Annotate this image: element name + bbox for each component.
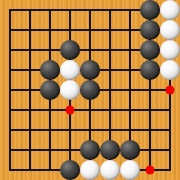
grid-line-vertical [149,100,151,120]
white-stone [160,0,180,20]
grid-line-vertical [49,120,51,140]
intersection-J3[interactable] [160,120,180,140]
black-stone [140,20,160,40]
white-stone [120,160,140,180]
intersection-D2[interactable] [60,140,80,160]
grid-line-vertical [149,140,151,160]
grid-line-vertical [169,100,171,120]
intersection-H8[interactable] [140,20,160,40]
grid-line-vertical [9,140,11,160]
intersection-G6[interactable] [120,60,140,80]
intersection-J1[interactable] [160,160,180,180]
grid-line-vertical [29,140,31,160]
intersection-D6[interactable] [60,60,80,80]
intersection-H9[interactable] [140,0,160,20]
grid-line-vertical [89,40,91,60]
red-dot-marker [66,106,75,115]
intersection-H3[interactable] [140,120,160,140]
grid-line-vertical [9,100,11,120]
grid-line-vertical [109,20,111,40]
intersection-G1[interactable] [120,160,140,180]
grid-line-vertical [149,120,151,140]
intersection-F8[interactable] [100,20,120,40]
grid-line-vertical [9,60,11,80]
intersection-G2[interactable] [120,140,140,160]
intersection-J6[interactable] [160,60,180,80]
grid-line-vertical [109,60,111,80]
intersection-C6[interactable] [40,60,60,80]
grid-line-vertical [69,20,71,40]
black-stone [100,140,120,160]
black-stone [60,40,80,60]
intersection-B1[interactable] [20,160,40,180]
grid-line-vertical [29,9,31,20]
black-stone [60,160,80,180]
grid-line-vertical [129,80,131,100]
intersection-C7[interactable] [40,40,60,60]
intersection-D3[interactable] [60,120,80,140]
intersection-J8[interactable] [160,20,180,40]
grid-line-vertical [49,40,51,60]
white-stone [160,40,180,60]
grid-line-vertical [109,9,111,20]
intersection-A5[interactable] [0,80,20,100]
grid-line-vertical [129,100,131,120]
intersection-B2[interactable] [20,140,40,160]
grid-line-vertical [69,120,71,140]
intersection-E1[interactable] [80,160,100,180]
intersection-B5[interactable] [20,80,40,100]
grid-line-vertical [169,160,171,171]
black-stone [140,40,160,60]
grid-line-vertical [29,160,31,171]
black-stone [140,60,160,80]
grid-line-vertical [89,20,91,40]
intersection-C2[interactable] [40,140,60,160]
intersection-D5[interactable] [60,80,80,100]
intersection-E4[interactable] [80,100,100,120]
intersection-F5[interactable] [100,80,120,100]
grid-line-vertical [49,160,51,171]
intersection-C8[interactable] [40,20,60,40]
grid-line-vertical [29,20,31,40]
intersection-J7[interactable] [160,40,180,60]
intersection-F1[interactable] [100,160,120,180]
black-stone [80,140,100,160]
intersection-H1[interactable] [140,160,160,180]
grid-line-vertical [49,140,51,160]
intersection-G5[interactable] [120,80,140,100]
intersection-E3[interactable] [80,120,100,140]
intersection-C4[interactable] [40,100,60,120]
grid-line-vertical [89,100,91,120]
white-stone [60,60,80,80]
intersection-F9[interactable] [100,0,120,20]
grid-line-vertical [69,9,71,20]
white-stone [100,160,120,180]
black-stone [80,60,100,80]
grid-line-vertical [9,120,11,140]
intersection-B6[interactable] [20,60,40,80]
intersection-G4[interactable] [120,100,140,120]
grid-line-vertical [69,140,71,160]
intersection-E9[interactable] [80,0,100,20]
intersection-J5[interactable] [160,80,180,100]
intersection-E7[interactable] [80,40,100,60]
grid-line-vertical [9,9,11,20]
intersection-E5[interactable] [80,80,100,100]
intersection-C1[interactable] [40,160,60,180]
grid-line-vertical [49,9,51,20]
grid-line-vertical [129,120,131,140]
grid-line-vertical [109,120,111,140]
intersection-D9[interactable] [60,0,80,20]
intersection-A6[interactable] [0,60,20,80]
grid-line-vertical [109,40,111,60]
intersection-E2[interactable] [80,140,100,160]
intersection-B7[interactable] [20,40,40,60]
intersection-E6[interactable] [80,60,100,80]
grid-line-vertical [169,140,171,160]
grid-line-vertical [9,20,11,40]
grid-line-vertical [129,20,131,40]
grid-line-vertical [29,40,31,60]
intersection-A7[interactable] [0,40,20,60]
intersection-F3[interactable] [100,120,120,140]
intersection-A8[interactable] [0,20,20,40]
black-stone [40,80,60,100]
intersection-J4[interactable] [160,100,180,120]
grid-line-vertical [9,40,11,60]
intersection-F4[interactable] [100,100,120,120]
intersection-H5[interactable] [140,80,160,100]
intersection-H6[interactable] [140,60,160,80]
grid-line-vertical [9,160,11,171]
grid-line-vertical [169,120,171,140]
intersection-G9[interactable] [120,0,140,20]
intersection-F6[interactable] [100,60,120,80]
intersection-B4[interactable] [20,100,40,120]
intersection-E8[interactable] [80,20,100,40]
intersection-G8[interactable] [120,20,140,40]
grid-line-vertical [29,60,31,80]
intersection-J2[interactable] [160,140,180,160]
intersection-G7[interactable] [120,40,140,60]
intersection-D8[interactable] [60,20,80,40]
intersection-C9[interactable] [40,0,60,20]
intersection-J9[interactable] [160,0,180,20]
intersection-F7[interactable] [100,40,120,60]
grid-line-vertical [29,80,31,100]
intersection-D4[interactable] [60,100,80,120]
white-stone [160,20,180,40]
intersection-H4[interactable] [140,100,160,120]
black-stone [40,60,60,80]
black-stone [120,140,140,160]
black-stone [80,80,100,100]
intersection-A3[interactable] [0,120,20,140]
grid-line-vertical [149,80,151,100]
red-dot-marker [166,86,175,95]
white-stone [160,60,180,80]
grid-line-vertical [109,100,111,120]
intersection-H2[interactable] [140,140,160,160]
intersection-B9[interactable] [20,0,40,20]
white-stone [60,80,80,100]
intersection-D1[interactable] [60,160,80,180]
go-board-container [0,0,180,180]
intersection-A2[interactable] [0,140,20,160]
grid-line-vertical [49,100,51,120]
grid-line-vertical [129,60,131,80]
intersection-A4[interactable] [0,100,20,120]
intersection-H7[interactable] [140,40,160,60]
intersection-C3[interactable] [40,120,60,140]
black-stone [140,0,160,20]
intersection-D7[interactable] [60,40,80,60]
red-dot-marker [146,166,155,175]
intersection-G3[interactable] [120,120,140,140]
grid-line-vertical [29,100,31,120]
go-board [0,0,180,180]
white-stone [80,160,100,180]
grid-line-vertical [129,9,131,20]
grid-line-vertical [109,80,111,100]
grid-line-vertical [129,40,131,60]
grid-line-vertical [29,120,31,140]
intersection-A1[interactable] [0,160,20,180]
intersection-F2[interactable] [100,140,120,160]
intersection-C5[interactable] [40,80,60,100]
intersection-B3[interactable] [20,120,40,140]
grid-line-vertical [89,9,91,20]
intersection-A9[interactable] [0,0,20,20]
grid-line-vertical [49,20,51,40]
intersection-B8[interactable] [20,20,40,40]
grid-line-vertical [89,120,91,140]
grid-line-vertical [9,80,11,100]
